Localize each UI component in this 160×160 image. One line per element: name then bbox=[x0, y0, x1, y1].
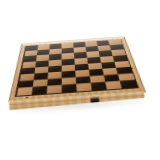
square bbox=[16, 87, 32, 96]
chess-box bbox=[11, 2, 135, 126]
square bbox=[46, 85, 61, 94]
pin-icon bbox=[131, 68, 133, 69]
pin-icon bbox=[25, 97, 27, 98]
square bbox=[105, 81, 122, 90]
square bbox=[120, 80, 137, 88]
photo-background bbox=[0, 0, 160, 160]
square bbox=[90, 82, 106, 91]
checker-grid bbox=[16, 40, 137, 96]
square bbox=[76, 83, 92, 92]
square bbox=[31, 86, 47, 95]
square bbox=[61, 84, 76, 93]
pin-icon bbox=[19, 72, 21, 73]
